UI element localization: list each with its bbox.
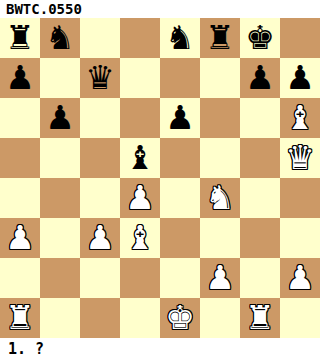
white-pawn-piece: ♟ [205,258,235,298]
square-e5[interactable] [160,138,200,178]
square-b5[interactable] [40,138,80,178]
square-h4[interactable] [280,178,320,218]
square-a1[interactable]: ♜ [0,298,40,338]
square-d7[interactable] [120,58,160,98]
square-g5[interactable] [240,138,280,178]
black-pawn-piece: ♟ [165,98,195,138]
square-g2[interactable] [240,258,280,298]
statusbar: 1. ? [0,338,320,360]
square-g6[interactable] [240,98,280,138]
white-king-piece: ♚ [165,298,195,338]
chess-program-window: BWTC.0550 ♜♞♞♜♚♟♛♟♟♟♟♝♝♛♟♞♟♟♝♟♟♜♚♜ 1. ? [0,0,320,360]
square-c6[interactable] [80,98,120,138]
square-a6[interactable] [0,98,40,138]
square-b2[interactable] [40,258,80,298]
square-h1[interactable] [280,298,320,338]
black-knight-piece: ♞ [45,18,75,58]
white-rook-piece: ♜ [5,298,35,338]
move-prompt: 1. ? [8,342,44,357]
black-bishop-piece: ♝ [125,138,155,178]
square-c1[interactable] [80,298,120,338]
white-rook-piece: ♜ [245,298,275,338]
chess-board: ♜♞♞♜♚♟♛♟♟♟♟♝♝♛♟♞♟♟♝♟♟♜♚♜ [0,18,320,338]
white-bishop-piece: ♝ [285,98,315,138]
square-e8[interactable]: ♞ [160,18,200,58]
square-g8[interactable]: ♚ [240,18,280,58]
square-h8[interactable] [280,18,320,58]
square-f4[interactable]: ♞ [200,178,240,218]
square-d3[interactable]: ♝ [120,218,160,258]
square-c3[interactable]: ♟ [80,218,120,258]
square-h5[interactable]: ♛ [280,138,320,178]
square-e1[interactable]: ♚ [160,298,200,338]
square-d6[interactable] [120,98,160,138]
black-rook-piece: ♜ [205,18,235,58]
square-f8[interactable]: ♜ [200,18,240,58]
black-rook-piece: ♜ [5,18,35,58]
titlebar: BWTC.0550 [0,0,320,18]
black-pawn-piece: ♟ [5,58,35,98]
square-a4[interactable] [0,178,40,218]
square-f5[interactable] [200,138,240,178]
square-b8[interactable]: ♞ [40,18,80,58]
square-f1[interactable] [200,298,240,338]
square-h6[interactable]: ♝ [280,98,320,138]
square-h2[interactable]: ♟ [280,258,320,298]
white-bishop-piece: ♝ [125,218,155,258]
square-g3[interactable] [240,218,280,258]
square-e4[interactable] [160,178,200,218]
black-pawn-piece: ♟ [285,58,315,98]
square-a3[interactable]: ♟ [0,218,40,258]
square-e2[interactable] [160,258,200,298]
square-b7[interactable] [40,58,80,98]
square-h7[interactable]: ♟ [280,58,320,98]
square-a2[interactable] [0,258,40,298]
white-pawn-piece: ♟ [5,218,35,258]
square-a7[interactable]: ♟ [0,58,40,98]
square-c8[interactable] [80,18,120,58]
black-queen-piece: ♛ [85,58,115,98]
black-pawn-piece: ♟ [45,98,75,138]
white-pawn-piece: ♟ [85,218,115,258]
square-d5[interactable]: ♝ [120,138,160,178]
square-g7[interactable]: ♟ [240,58,280,98]
square-f3[interactable] [200,218,240,258]
square-e3[interactable] [160,218,200,258]
white-knight-piece: ♞ [205,178,235,218]
square-f6[interactable] [200,98,240,138]
square-c4[interactable] [80,178,120,218]
white-queen-piece: ♛ [285,138,315,178]
square-c5[interactable] [80,138,120,178]
puzzle-title: BWTC.0550 [6,2,82,16]
square-d1[interactable] [120,298,160,338]
square-a5[interactable] [0,138,40,178]
square-b1[interactable] [40,298,80,338]
black-knight-piece: ♞ [165,18,195,58]
square-b6[interactable]: ♟ [40,98,80,138]
square-f2[interactable]: ♟ [200,258,240,298]
square-e6[interactable]: ♟ [160,98,200,138]
square-d8[interactable] [120,18,160,58]
square-b4[interactable] [40,178,80,218]
square-a8[interactable]: ♜ [0,18,40,58]
square-g4[interactable] [240,178,280,218]
square-c7[interactable]: ♛ [80,58,120,98]
square-b3[interactable] [40,218,80,258]
square-d2[interactable] [120,258,160,298]
square-e7[interactable] [160,58,200,98]
square-h3[interactable] [280,218,320,258]
square-d4[interactable]: ♟ [120,178,160,218]
white-pawn-piece: ♟ [125,178,155,218]
square-f7[interactable] [200,58,240,98]
square-c2[interactable] [80,258,120,298]
white-pawn-piece: ♟ [285,258,315,298]
black-pawn-piece: ♟ [245,58,275,98]
square-g1[interactable]: ♜ [240,298,280,338]
black-king-piece: ♚ [245,18,275,58]
